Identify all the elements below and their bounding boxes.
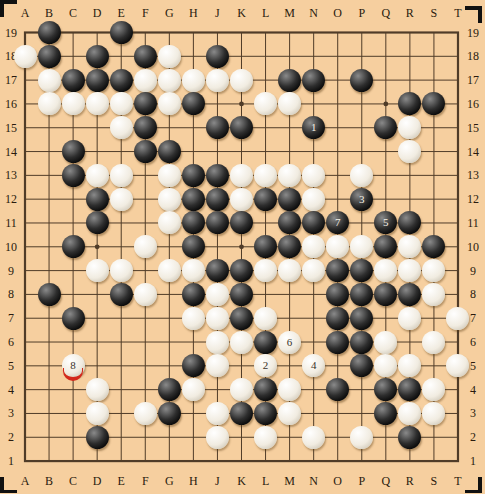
col-label-bottom-C: C <box>63 474 83 488</box>
stone-M6[interactable]: 6 <box>278 331 301 354</box>
stone-K17[interactable] <box>230 69 253 92</box>
col-label-top-K: K <box>231 6 251 20</box>
col-label-top-R: R <box>400 6 420 20</box>
stone-C13[interactable] <box>62 164 85 187</box>
col-label-bottom-T: T <box>448 474 468 488</box>
stone-P7[interactable] <box>350 307 373 330</box>
stone-D3[interactable] <box>86 402 109 425</box>
stone-M17[interactable] <box>278 69 301 92</box>
row-label-left-1: 1 <box>1 454 21 468</box>
row-label-left-12: 12 <box>1 192 21 206</box>
stone-D2[interactable] <box>86 426 109 449</box>
col-label-top-Q: Q <box>376 6 396 20</box>
col-label-bottom-K: K <box>231 474 251 488</box>
stone-F3[interactable] <box>134 402 157 425</box>
stone-H12[interactable] <box>182 188 205 211</box>
stone-G4[interactable] <box>158 378 181 401</box>
stone-C7[interactable] <box>62 307 85 330</box>
row-label-right-9: 9 <box>463 264 483 278</box>
stone-K13[interactable] <box>230 164 253 187</box>
col-label-top-T: T <box>448 6 468 20</box>
stone-N17[interactable] <box>302 69 325 92</box>
stone-J6[interactable] <box>206 331 229 354</box>
col-label-bottom-O: O <box>328 474 348 488</box>
stone-M3[interactable] <box>278 402 301 425</box>
row-label-left-17: 17 <box>1 73 21 87</box>
col-label-top-B: B <box>39 6 59 20</box>
col-label-bottom-E: E <box>111 474 131 488</box>
col-label-bottom-H: H <box>183 474 203 488</box>
stone-L7[interactable] <box>254 307 277 330</box>
stone-P17[interactable] <box>350 69 373 92</box>
stone-G12[interactable] <box>158 188 181 211</box>
row-label-right-2: 2 <box>463 430 483 444</box>
move-number-2: 2 <box>263 360 269 371</box>
stone-J18[interactable] <box>206 45 229 68</box>
stone-D9[interactable] <box>86 259 109 282</box>
col-label-bottom-F: F <box>135 474 155 488</box>
stone-E13[interactable] <box>110 164 133 187</box>
star-point-Q16 <box>383 102 388 107</box>
col-label-bottom-L: L <box>256 474 276 488</box>
star-point-D10 <box>95 244 100 249</box>
col-label-top-H: H <box>183 6 203 20</box>
stone-P2[interactable] <box>350 426 373 449</box>
row-label-right-12: 12 <box>463 192 483 206</box>
stone-S6[interactable] <box>422 331 445 354</box>
stone-E12[interactable] <box>110 188 133 211</box>
stone-H7[interactable] <box>182 307 205 330</box>
row-label-left-13: 13 <box>1 168 21 182</box>
stone-F10[interactable] <box>134 235 157 258</box>
stone-P12[interactable]: 3 <box>350 188 373 211</box>
move-number-4: 4 <box>311 360 317 371</box>
stone-K3[interactable] <box>230 402 253 425</box>
stone-C14[interactable] <box>62 140 85 163</box>
stone-B8[interactable] <box>38 283 61 306</box>
col-label-bottom-B: B <box>39 474 59 488</box>
stone-L6[interactable] <box>254 331 277 354</box>
col-label-top-F: F <box>135 6 155 20</box>
stone-K12[interactable] <box>230 188 253 211</box>
stone-E9[interactable] <box>110 259 133 282</box>
stone-K8[interactable] <box>230 283 253 306</box>
stone-G17[interactable] <box>158 69 181 92</box>
stone-B17[interactable] <box>38 69 61 92</box>
stone-N13[interactable] <box>302 164 325 187</box>
stone-K9[interactable] <box>230 259 253 282</box>
stone-D17[interactable] <box>86 69 109 92</box>
stone-D12[interactable] <box>86 188 109 211</box>
stone-B18[interactable] <box>38 45 61 68</box>
col-label-top-E: E <box>111 6 131 20</box>
star-point-K10 <box>239 244 244 249</box>
stone-B19[interactable] <box>38 21 61 44</box>
stone-G9[interactable] <box>158 259 181 282</box>
stone-P6[interactable] <box>350 331 373 354</box>
row-label-left-15: 15 <box>1 121 21 135</box>
col-label-bottom-S: S <box>424 474 444 488</box>
row-label-right-15: 15 <box>463 121 483 135</box>
stone-N2[interactable] <box>302 426 325 449</box>
col-label-bottom-D: D <box>87 474 107 488</box>
stone-D4[interactable] <box>86 378 109 401</box>
star-point-K16 <box>239 102 244 107</box>
stone-H4[interactable] <box>182 378 205 401</box>
col-label-bottom-M: M <box>280 474 300 488</box>
stone-E19[interactable] <box>110 21 133 44</box>
stone-F8[interactable] <box>134 283 157 306</box>
col-label-bottom-G: G <box>159 474 179 488</box>
stone-G18[interactable] <box>158 45 181 68</box>
stone-M12[interactable] <box>278 188 301 211</box>
col-label-bottom-J: J <box>207 474 227 488</box>
stone-J3[interactable] <box>206 402 229 425</box>
stone-J7[interactable] <box>206 307 229 330</box>
stone-M13[interactable] <box>278 164 301 187</box>
col-label-bottom-Q: Q <box>376 474 396 488</box>
stone-N12[interactable] <box>302 188 325 211</box>
row-label-left-3: 3 <box>1 406 21 420</box>
stone-J2[interactable] <box>206 426 229 449</box>
row-label-left-5: 5 <box>1 359 21 373</box>
row-label-left-2: 2 <box>1 430 21 444</box>
row-label-right-19: 19 <box>463 26 483 40</box>
row-label-left-9: 9 <box>1 264 21 278</box>
stone-L9[interactable] <box>254 259 277 282</box>
stone-P13[interactable] <box>350 164 373 187</box>
stone-E8[interactable] <box>110 283 133 306</box>
col-label-top-M: M <box>280 6 300 20</box>
stone-R2[interactable] <box>398 426 421 449</box>
stone-H10[interactable] <box>182 235 205 258</box>
col-label-top-P: P <box>352 6 372 20</box>
stone-B16[interactable] <box>38 92 61 115</box>
stone-J13[interactable] <box>206 164 229 187</box>
row-label-right-16: 16 <box>463 97 483 111</box>
stone-C10[interactable] <box>62 235 85 258</box>
move-number-3: 3 <box>359 194 365 205</box>
col-label-top-J: J <box>207 6 227 20</box>
stone-F17[interactable] <box>134 69 157 92</box>
row-label-right-4: 4 <box>463 383 483 397</box>
col-label-bottom-A: A <box>15 474 35 488</box>
row-label-left-11: 11 <box>1 216 21 230</box>
row-label-right-10: 10 <box>463 240 483 254</box>
col-label-top-S: S <box>424 6 444 20</box>
stone-G13[interactable] <box>158 164 181 187</box>
move-number-7: 7 <box>335 217 341 228</box>
stone-K6[interactable] <box>230 331 253 354</box>
stone-R7[interactable] <box>398 307 421 330</box>
stone-D16[interactable] <box>86 92 109 115</box>
col-label-top-L: L <box>256 6 276 20</box>
col-label-bottom-N: N <box>304 474 324 488</box>
stone-J9[interactable] <box>206 259 229 282</box>
stone-L13[interactable] <box>254 164 277 187</box>
move-number-1: 1 <box>311 122 317 133</box>
row-label-left-10: 10 <box>1 240 21 254</box>
stone-J17[interactable] <box>206 69 229 92</box>
stone-F18[interactable] <box>134 45 157 68</box>
row-label-right-18: 18 <box>463 49 483 63</box>
stone-J12[interactable] <box>206 188 229 211</box>
col-label-top-D: D <box>87 6 107 20</box>
stone-H9[interactable] <box>182 259 205 282</box>
stone-G14[interactable] <box>158 140 181 163</box>
col-label-top-O: O <box>328 6 348 20</box>
stone-K7[interactable] <box>230 307 253 330</box>
row-label-left-19: 19 <box>1 26 21 40</box>
go-board[interactable]: AABBCCDDEEFFGGHHJJKKLLMMNNOOPPQQRRSSTT19… <box>0 0 485 494</box>
col-label-top-G: G <box>159 6 179 20</box>
stone-Q6[interactable] <box>374 331 397 354</box>
row-label-left-4: 4 <box>1 383 21 397</box>
stone-E16[interactable] <box>110 92 133 115</box>
row-label-right-17: 17 <box>463 73 483 87</box>
stone-D11[interactable] <box>86 211 109 234</box>
col-label-bottom-R: R <box>400 474 420 488</box>
row-label-left-8: 8 <box>1 287 21 301</box>
stone-O8[interactable] <box>326 283 349 306</box>
stone-F15[interactable] <box>134 116 157 139</box>
row-label-right-14: 14 <box>463 145 483 159</box>
row-label-left-16: 16 <box>1 97 21 111</box>
row-label-right-6: 6 <box>463 335 483 349</box>
stone-D18[interactable] <box>86 45 109 68</box>
stone-O7[interactable] <box>326 307 349 330</box>
col-label-top-A: A <box>15 6 35 20</box>
stone-L2[interactable] <box>254 426 277 449</box>
stone-A18[interactable] <box>14 45 37 68</box>
col-label-bottom-P: P <box>352 474 372 488</box>
col-label-top-N: N <box>304 6 324 20</box>
row-label-left-14: 14 <box>1 145 21 159</box>
stone-F14[interactable] <box>134 140 157 163</box>
row-label-right-8: 8 <box>463 287 483 301</box>
stone-K4[interactable] <box>230 378 253 401</box>
move-number-6: 6 <box>287 337 293 348</box>
row-label-left-7: 7 <box>1 311 21 325</box>
row-label-right-13: 13 <box>463 168 483 182</box>
stone-J8[interactable] <box>206 283 229 306</box>
stone-D13[interactable] <box>86 164 109 187</box>
stone-H13[interactable] <box>182 164 205 187</box>
stone-H8[interactable] <box>182 283 205 306</box>
stone-L12[interactable] <box>254 188 277 211</box>
row-label-right-3: 3 <box>463 406 483 420</box>
stone-H17[interactable] <box>182 69 205 92</box>
row-label-right-1: 1 <box>463 454 483 468</box>
stone-C16[interactable] <box>62 92 85 115</box>
row-label-left-6: 6 <box>1 335 21 349</box>
stone-E15[interactable] <box>110 116 133 139</box>
stone-O6[interactable] <box>326 331 349 354</box>
move-number-5: 5 <box>383 217 389 228</box>
col-label-top-C: C <box>63 6 83 20</box>
stone-E17[interactable] <box>110 69 133 92</box>
row-label-right-11: 11 <box>463 216 483 230</box>
go-board-screenshot: AABBCCDDEEFFGGHHJJKKLLMMNNOOPPQQRRSSTT19… <box>0 0 485 494</box>
stone-C17[interactable] <box>62 69 85 92</box>
stone-G3[interactable] <box>158 402 181 425</box>
stone-L3[interactable] <box>254 402 277 425</box>
